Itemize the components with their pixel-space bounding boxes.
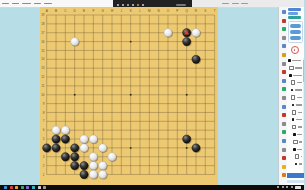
- taskbar-app-icon[interactable]: [21, 186, 24, 189]
- panel-chip-button[interactable]: [288, 12, 298, 15]
- taskbar-app-icon[interactable]: [26, 186, 29, 189]
- move-text: [298, 112, 302, 113]
- move-row[interactable]: [293, 147, 302, 152]
- stone-white-F2[interactable]: [89, 161, 97, 169]
- column-label: N: [158, 9, 160, 13]
- stone-white-H3[interactable]: [108, 153, 116, 161]
- side-toolbar-icon[interactable]: [282, 62, 286, 66]
- stone-black-Q5[interactable]: [183, 135, 191, 143]
- row-label: 18: [41, 22, 45, 26]
- side-toolbar-icon[interactable]: [282, 70, 286, 74]
- move-row[interactable]: [293, 132, 302, 137]
- star-point: [130, 147, 132, 149]
- stone-white-G2[interactable]: [99, 161, 107, 169]
- column-label: R: [195, 9, 198, 13]
- stone-black-C3[interactable]: [61, 153, 69, 161]
- right-panel: [287, 7, 304, 185]
- column-label: Q: [185, 9, 188, 13]
- top-right-mark: [222, 3, 229, 5]
- taskbar: [0, 185, 304, 190]
- stone-black-E1[interactable]: [80, 170, 88, 178]
- move-text: [292, 60, 301, 61]
- row-label: 3: [43, 155, 45, 159]
- move-text: [297, 97, 302, 98]
- row-label: 15: [41, 49, 45, 53]
- row-label: 7: [43, 119, 45, 123]
- stone-white-G1[interactable]: [99, 170, 107, 178]
- panel-chip-button[interactable]: [288, 8, 301, 11]
- row-label: 17: [41, 31, 45, 35]
- side-toolbar-icon[interactable]: [282, 96, 286, 100]
- column-label: T: [214, 9, 216, 13]
- move-row[interactable]: [291, 88, 302, 93]
- side-toolbar-icon[interactable]: [282, 10, 286, 14]
- card-pill-button[interactable]: [290, 36, 301, 40]
- top-right-mark: [241, 3, 248, 5]
- move-row[interactable]: [292, 102, 302, 107]
- menu-item[interactable]: [44, 3, 52, 5]
- column-label: G: [101, 9, 104, 13]
- move-stone-icon: [291, 95, 296, 100]
- side-toolbar-icon[interactable]: [282, 113, 286, 117]
- column-label: J: [121, 9, 123, 13]
- taskbar-app-icon[interactable]: [32, 186, 35, 189]
- stone-white-E5[interactable]: [80, 135, 88, 143]
- menu-bar[interactable]: [2, 3, 52, 5]
- dark-toolbar-segment: [176, 4, 186, 6]
- row-label: 16: [41, 40, 45, 44]
- dark-toolbar-icons[interactable]: [117, 4, 144, 6]
- top-right-zone: [192, 0, 304, 7]
- move-stone-icon: [291, 80, 296, 85]
- stone-black-Q16[interactable]: [183, 37, 191, 45]
- toolbar-dot-icon[interactable]: [122, 4, 124, 6]
- stone-white-O17[interactable]: [164, 29, 172, 37]
- move-stone-icon: [295, 163, 298, 166]
- move-row[interactable]: [292, 117, 302, 122]
- toolbar-dot-icon[interactable]: [142, 4, 144, 6]
- side-toolbar-icon[interactable]: [282, 27, 286, 31]
- side-toolbar[interactable]: [278, 7, 287, 185]
- move-stone-icon: [289, 66, 294, 71]
- move-stone-icon: [288, 59, 291, 62]
- side-toolbar-icon[interactable]: [282, 53, 286, 57]
- taskbar-icons[interactable]: [4, 186, 46, 189]
- stone-black-E2[interactable]: [80, 161, 88, 169]
- move-row[interactable]: [293, 139, 302, 144]
- move-text: [299, 163, 302, 164]
- row-label: 11: [41, 84, 44, 88]
- row-label: 6: [43, 128, 45, 132]
- row-label: 2: [43, 164, 45, 168]
- panel-chip-button[interactable]: [288, 16, 301, 19]
- toolbar-dot-icon[interactable]: [137, 4, 139, 6]
- taskbar-app-icon[interactable]: [15, 186, 18, 189]
- stone-black-B4[interactable]: [52, 144, 60, 152]
- top-right-mark: [232, 3, 239, 5]
- stone-black-R14[interactable]: [192, 55, 200, 63]
- row-label: 12: [41, 75, 45, 79]
- stone-black-D3[interactable]: [71, 153, 79, 161]
- stone-white-D16[interactable]: [71, 37, 79, 45]
- move-row[interactable]: [292, 110, 302, 115]
- move-stone-icon: [293, 133, 296, 136]
- column-label: O: [167, 9, 170, 13]
- side-toolbar-icon[interactable]: [282, 105, 286, 109]
- move-text: [298, 126, 302, 127]
- row-label: 8: [43, 111, 45, 115]
- column-label: S: [204, 9, 206, 13]
- stone-black-D4[interactable]: [71, 144, 79, 152]
- column-label: F: [92, 9, 94, 13]
- side-toolbar-icon[interactable]: [282, 156, 286, 160]
- move-row[interactable]: [291, 80, 302, 85]
- taskbar-app-icon[interactable]: [4, 186, 7, 189]
- side-toolbar-icon[interactable]: [282, 173, 286, 177]
- taskbar-tray[interactable]: [277, 186, 301, 188]
- move-text: [295, 67, 302, 68]
- card-pill-button[interactable]: [290, 24, 301, 28]
- move-row[interactable]: [295, 162, 303, 167]
- row-label: 19: [41, 13, 45, 17]
- move-row[interactable]: [289, 65, 302, 70]
- side-toolbar-icon[interactable]: [282, 148, 286, 152]
- panel-card: [288, 21, 303, 43]
- star-point: [74, 94, 76, 96]
- column-label: M: [148, 9, 151, 13]
- row-label: 1: [43, 173, 45, 177]
- star-point: [186, 147, 188, 149]
- row-label: 9: [43, 102, 45, 106]
- toolbar-dot-icon[interactable]: [132, 4, 134, 6]
- menu-item[interactable]: [12, 3, 19, 5]
- move-text: [296, 104, 302, 105]
- stone-white-B6[interactable]: [52, 126, 60, 134]
- row-label: 13: [41, 66, 45, 70]
- side-toolbar-icon[interactable]: [282, 165, 286, 169]
- move-row[interactable]: [288, 58, 301, 63]
- side-toolbar-icon[interactable]: [282, 87, 286, 91]
- side-toolbar-icon[interactable]: [282, 139, 286, 143]
- stone-white-C6[interactable]: [61, 126, 69, 134]
- stone-white-F5[interactable]: [89, 135, 97, 143]
- taskbar-app-icon[interactable]: [10, 186, 13, 189]
- taskbar-app-icon[interactable]: [43, 186, 46, 189]
- column-label: B: [55, 9, 57, 13]
- side-toolbar-icon[interactable]: [282, 130, 286, 134]
- toolbar-dot-icon[interactable]: [127, 4, 129, 6]
- side-toolbar-icon[interactable]: [282, 19, 286, 23]
- move-text: [297, 82, 302, 83]
- move-row[interactable]: [291, 95, 302, 100]
- column-label: H: [111, 9, 113, 13]
- card-pill-button[interactable]: [290, 30, 301, 34]
- move-stone-icon: [292, 104, 295, 107]
- move-stone-icon: [289, 74, 292, 77]
- move-row[interactable]: [292, 125, 302, 130]
- stone-white-F3[interactable]: [89, 153, 97, 161]
- move-stone-icon: [292, 118, 295, 121]
- move-stone-icon: [291, 89, 294, 92]
- row-label: 5: [43, 137, 45, 141]
- row-label: 14: [41, 57, 45, 61]
- stone-white-F1[interactable]: [89, 170, 97, 178]
- stone-black-R4[interactable]: [192, 144, 200, 152]
- menu-item[interactable]: [2, 3, 9, 5]
- stone-white-E4[interactable]: [80, 144, 88, 152]
- go-board-svg[interactable]: ABCDEFGHJKLMNOPQRST191817161514131211109…: [40, 7, 218, 185]
- toolbar-dot-icon[interactable]: [117, 4, 119, 6]
- column-label: L: [139, 9, 141, 13]
- move-stone-icon: [293, 148, 296, 151]
- stone-black-A4[interactable]: [43, 144, 51, 152]
- move-text: [297, 134, 302, 135]
- move-text: [293, 75, 302, 76]
- move-stone-icon: [293, 140, 298, 145]
- stone-white-G4[interactable]: [99, 144, 107, 152]
- taskbar-clock: [295, 186, 301, 188]
- stone-black-D2[interactable]: [71, 161, 79, 169]
- side-toolbar-icon[interactable]: [282, 79, 286, 83]
- star-point: [130, 41, 132, 43]
- move-stone-icon: [292, 125, 297, 130]
- panel-scrollbar[interactable]: [303, 58, 305, 173]
- menu-item[interactable]: [34, 3, 41, 5]
- menu-item[interactable]: [22, 3, 31, 5]
- timer-gauge-icon[interactable]: [291, 46, 299, 54]
- move-text: [296, 119, 302, 120]
- column-label: A: [46, 9, 49, 13]
- star-point: [130, 94, 132, 96]
- selected-move-row[interactable]: [287, 173, 304, 178]
- column-label: E: [83, 9, 85, 13]
- stone-black-B5[interactable]: [52, 135, 60, 143]
- top-right-marks: [222, 3, 248, 5]
- go-board[interactable]: ABCDEFGHJKLMNOPQRST191817161514131211109…: [40, 7, 218, 185]
- move-text: [297, 149, 302, 150]
- move-row[interactable]: [289, 73, 302, 78]
- column-label: C: [64, 9, 67, 13]
- column-label: K: [130, 9, 133, 13]
- move-text: [295, 89, 302, 90]
- taskbar-app-icon[interactable]: [38, 186, 41, 189]
- move-stone-icon: [292, 110, 297, 115]
- column-label: D: [74, 9, 77, 13]
- stone-white-R17[interactable]: [192, 29, 200, 37]
- side-toolbar-icon[interactable]: [282, 122, 286, 126]
- panel-status-bar: [287, 180, 304, 184]
- stone-black-C5[interactable]: [61, 135, 69, 143]
- side-toolbar-icon[interactable]: [282, 36, 286, 40]
- move-stone-icon: [295, 154, 300, 159]
- move-row[interactable]: [295, 154, 303, 159]
- row-label: 10: [41, 93, 45, 97]
- move-list[interactable]: [287, 58, 302, 173]
- side-toolbar-icon[interactable]: [282, 44, 286, 48]
- column-label: P: [176, 9, 178, 13]
- star-point: [186, 94, 188, 96]
